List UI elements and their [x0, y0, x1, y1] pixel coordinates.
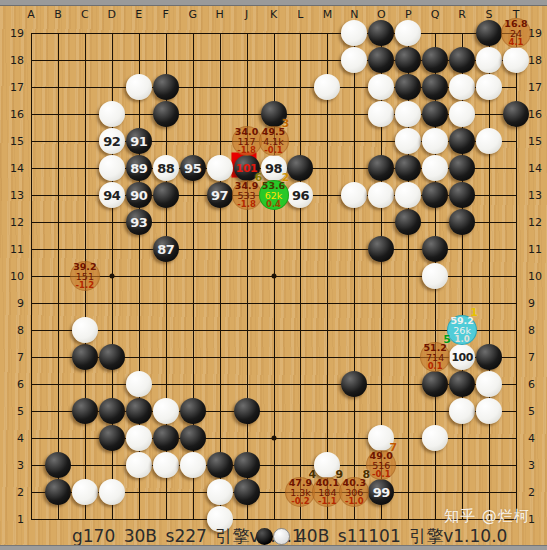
move-number: 88 — [157, 162, 174, 175]
move-number: 97 — [211, 189, 228, 202]
row-label: 3 — [528, 460, 535, 471]
black-stone — [368, 47, 394, 73]
engine-status-bar: g170_30B_s227_引擎v1.9.1 40B_s11101_引擎v1.1… — [0, 526, 547, 546]
black-stone — [99, 425, 125, 451]
suggested-move-circle[interactable]: 51.27140.1 — [420, 342, 450, 372]
black-stone — [422, 236, 448, 262]
black-stone — [99, 344, 125, 370]
suggested-move-circle[interactable]: 16.8244.1 — [501, 18, 531, 48]
row-label: 13 — [10, 190, 24, 201]
suggestion-rank-label: 8 — [363, 469, 371, 480]
black-stone: 91 — [126, 128, 152, 154]
black-stone — [395, 209, 421, 235]
row-label: 10 — [528, 271, 542, 282]
suggested-move-circle[interactable]: 34.0117-1.8 — [232, 126, 262, 156]
row-label: 18 — [10, 55, 24, 66]
white-stone — [422, 425, 448, 451]
white-stone — [341, 182, 367, 208]
white-stone: 88 — [153, 155, 179, 181]
suggested-move-circle[interactable]: 40.3306-1.0 — [339, 477, 369, 507]
column-label: K — [270, 9, 277, 20]
white-stone: 92 — [99, 128, 125, 154]
move-number: 98 — [265, 162, 282, 175]
black-stone-icon — [256, 528, 273, 545]
black-stone — [45, 479, 71, 505]
right-engine-label: 40B_s11101_引擎v1.10.0 — [296, 526, 507, 546]
star-point — [271, 436, 276, 441]
black-stone — [449, 182, 475, 208]
score-value: -0.2 — [291, 497, 310, 506]
column-label: E — [135, 9, 142, 20]
grid-line — [300, 33, 301, 520]
white-stone — [126, 452, 152, 478]
white-stone: 94 — [99, 182, 125, 208]
black-stone — [153, 425, 179, 451]
black-stone — [72, 344, 98, 370]
white-stone — [503, 47, 529, 73]
score-value: -0.1 — [372, 470, 391, 479]
white-stone — [368, 101, 394, 127]
row-label: 4 — [528, 433, 535, 444]
move-number: 99 — [373, 486, 390, 499]
white-stone — [476, 74, 502, 100]
column-label: R — [458, 9, 466, 20]
white-stone — [368, 74, 394, 100]
white-stone — [395, 20, 421, 46]
black-stone — [341, 371, 367, 397]
white-stone — [207, 155, 233, 181]
suggested-move-circle[interactable]: 39.2151-1.2 — [70, 261, 100, 291]
black-stone — [422, 74, 448, 100]
score-value: 1.0 — [455, 335, 470, 344]
black-stone — [180, 398, 206, 424]
score-value: 0.1 — [428, 362, 443, 371]
suggested-move-circle[interactable]: 49.54.1k-0.1 — [259, 126, 289, 156]
score-value: -1.2 — [76, 281, 95, 290]
white-stone — [99, 101, 125, 127]
column-label: H — [215, 9, 223, 20]
score-value: 0.4 — [266, 200, 281, 209]
row-label: 6 — [17, 379, 24, 390]
white-stone — [449, 74, 475, 100]
black-stone — [72, 398, 98, 424]
black-stone — [449, 209, 475, 235]
row-label: 11 — [528, 244, 542, 255]
black-stone — [449, 47, 475, 73]
white-stone — [72, 317, 98, 343]
black-stone — [234, 479, 260, 505]
go-analysis-screen: ABCDEFGHJKLMNOPQRST191918181717161615151… — [0, 0, 547, 550]
row-label: 14 — [10, 163, 24, 174]
move-number: 96 — [292, 189, 309, 202]
suggested-move-circle[interactable]: 49.0516-0.1 — [366, 450, 396, 480]
black-stone — [287, 155, 313, 181]
row-label: 17 — [528, 82, 542, 93]
row-label: 10 — [10, 271, 24, 282]
suggested-move-circle[interactable]: 34.9533-1.8 — [232, 180, 262, 210]
black-stone — [153, 74, 179, 100]
white-stone — [153, 452, 179, 478]
row-label: 12 — [528, 217, 542, 228]
move-number: 95 — [184, 162, 201, 175]
black-stone — [449, 155, 475, 181]
column-label: C — [81, 9, 89, 20]
suggestion-rank-label: 5 — [443, 334, 451, 345]
row-label: 3 — [17, 460, 24, 471]
white-stone — [72, 479, 98, 505]
row-label: 1 — [17, 514, 24, 525]
score-value: -1.0 — [345, 497, 364, 506]
move-number: 93 — [130, 216, 147, 229]
white-stone — [395, 182, 421, 208]
move-number: 90 — [130, 189, 147, 202]
suggestion-rank-label: 7 — [389, 442, 397, 453]
column-label: S — [486, 9, 493, 20]
white-stone — [99, 155, 125, 181]
black-stone — [503, 101, 529, 127]
score-value: -1.8 — [237, 146, 256, 155]
suggested-move-circle[interactable]: 59.226k1.0 — [447, 315, 477, 345]
row-label: 19 — [10, 28, 24, 39]
white-stone — [395, 101, 421, 127]
row-label: 18 — [528, 55, 542, 66]
row-label: 6 — [528, 379, 535, 390]
black-stone — [368, 155, 394, 181]
white-stone — [449, 101, 475, 127]
score-value: -1.8 — [237, 200, 256, 209]
white-stone — [99, 479, 125, 505]
white-stone — [207, 479, 233, 505]
row-label: 12 — [10, 217, 24, 228]
row-label: 5 — [528, 406, 535, 417]
black-stone — [207, 452, 233, 478]
row-label: 7 — [17, 352, 24, 363]
suggested-move-circle[interactable]: 53.662k0.4 — [259, 180, 289, 210]
score-value: -0.1 — [264, 146, 283, 155]
row-label: 9 — [17, 298, 24, 309]
black-stone — [449, 128, 475, 154]
black-stone — [422, 47, 448, 73]
row-label: 15 — [528, 136, 542, 147]
move-number: 100 — [451, 352, 472, 363]
star-point — [271, 274, 276, 279]
star-point — [109, 274, 114, 279]
window-top-strip — [0, 0, 547, 6]
white-stone — [449, 398, 475, 424]
column-label: J — [245, 9, 248, 20]
move-number: 91 — [130, 135, 147, 148]
black-stone — [180, 425, 206, 451]
white-stone — [395, 128, 421, 154]
row-label: 2 — [17, 487, 24, 498]
move-number: 87 — [157, 243, 174, 256]
row-label: 17 — [10, 82, 24, 93]
black-stone: 93 — [126, 209, 152, 235]
black-stone — [422, 101, 448, 127]
row-label: 11 — [10, 244, 24, 255]
column-label: M — [323, 9, 333, 20]
row-label: 13 — [528, 190, 542, 201]
black-stone: 99 — [368, 479, 394, 505]
black-stone — [449, 371, 475, 397]
white-stone — [341, 47, 367, 73]
row-label: 8 — [17, 325, 24, 336]
row-label: 8 — [528, 325, 535, 336]
white-stone — [126, 74, 152, 100]
white-stone — [422, 128, 448, 154]
black-stone: 87 — [153, 236, 179, 262]
suggestion-rank-label: 3 — [282, 118, 290, 129]
suggested-move-circle[interactable]: 47.91.3k-0.2 — [285, 477, 315, 507]
column-label: L — [297, 9, 303, 20]
watermark: 知乎 @烂柯 — [444, 507, 530, 526]
white-stone — [341, 20, 367, 46]
row-label: 2 — [528, 487, 535, 498]
row-label: 5 — [17, 406, 24, 417]
row-label: 14 — [528, 163, 542, 174]
row-label: 16 — [528, 109, 542, 120]
white-stone — [476, 371, 502, 397]
row-label: 15 — [10, 136, 24, 147]
white-stone — [476, 398, 502, 424]
grid-line — [31, 330, 517, 331]
black-stone — [99, 398, 125, 424]
column-label: Q — [431, 9, 440, 20]
white-stone-icon — [273, 528, 290, 545]
column-label: B — [54, 9, 62, 20]
white-stone — [422, 155, 448, 181]
column-label: A — [27, 9, 35, 20]
black-stone — [126, 398, 152, 424]
white-stone — [422, 263, 448, 289]
row-label: 9 — [528, 298, 535, 309]
suggestion-rank-label: 2 — [282, 172, 290, 183]
move-number: 89 — [130, 162, 147, 175]
black-stone — [395, 74, 421, 100]
black-stone — [395, 155, 421, 181]
column-label: O — [377, 9, 386, 20]
move-number: 94 — [103, 189, 120, 202]
move-number: 92 — [103, 135, 120, 148]
black-stone: 97 — [207, 182, 233, 208]
column-label: D — [108, 9, 116, 20]
black-stone — [45, 452, 71, 478]
row-label: 7 — [528, 352, 535, 363]
score-value: -1.1 — [318, 497, 337, 506]
white-stone — [153, 398, 179, 424]
row-label: 4 — [17, 433, 24, 444]
white-stone — [476, 47, 502, 73]
black-stone — [476, 20, 502, 46]
white-stone: 96 — [287, 182, 313, 208]
score-value: 4.1 — [508, 38, 523, 47]
suggestion-rank-label: 1 — [470, 307, 478, 318]
grid-line — [489, 33, 490, 520]
black-stone — [153, 101, 179, 127]
black-stone: 90 — [126, 182, 152, 208]
grid-line — [31, 465, 517, 466]
column-label: P — [405, 9, 412, 20]
black-stone — [395, 47, 421, 73]
black-stone — [234, 452, 260, 478]
white-stone — [126, 371, 152, 397]
black-stone — [422, 182, 448, 208]
white-stone — [126, 425, 152, 451]
black-stone: 89 — [126, 155, 152, 181]
suggested-move-circle[interactable]: 40.1184-1.1 — [312, 477, 342, 507]
black-stone — [153, 182, 179, 208]
grid-line — [31, 303, 517, 304]
white-stone: 100 — [449, 344, 475, 370]
column-label: N — [350, 9, 358, 20]
white-stone — [368, 182, 394, 208]
black-stone — [234, 398, 260, 424]
white-stone — [476, 128, 502, 154]
window-bottom-strip — [0, 545, 547, 550]
black-stone: 95 — [180, 155, 206, 181]
grid-line — [354, 33, 355, 520]
black-stone — [476, 344, 502, 370]
grid-line — [327, 33, 328, 520]
white-stone — [180, 452, 206, 478]
white-stone — [314, 74, 340, 100]
row-label: 16 — [10, 109, 24, 120]
column-label: F — [163, 9, 169, 20]
black-stone — [368, 20, 394, 46]
column-label: G — [188, 9, 197, 20]
black-stone — [422, 371, 448, 397]
black-stone — [368, 236, 394, 262]
